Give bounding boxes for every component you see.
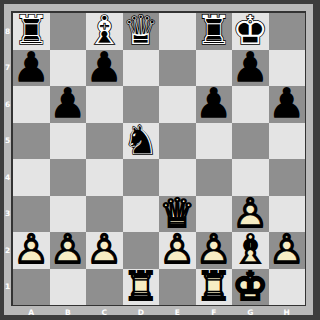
square-d2[interactable] [123,232,160,269]
white-rook: ♜ [196,267,233,304]
square-h1[interactable] [269,269,306,306]
file-label-a: A [13,308,50,317]
white-pawn-detail: ♙ [196,231,233,268]
square-e5[interactable] [159,123,196,160]
rank-label-4: 4 [4,159,11,196]
square-b8[interactable] [50,13,87,50]
white-rook-detail: ♖ [123,267,160,304]
square-f5[interactable] [196,123,233,160]
chess-board: ♜♖♝♗♛♕♜♖♚♔♟♟♟♟♟♟♞♘♛♕♟♙♟♙♟♙♟♙♟♙♟♙♝♗♟♙♜♖♜♖… [11,11,306,306]
white-pawn: ♟ [232,194,269,231]
square-h2[interactable]: ♟♙ [269,232,306,269]
square-e8[interactable] [159,13,196,50]
rank-label-3: 3 [4,196,11,233]
white-pawn-detail: ♙ [232,194,269,231]
black-pawn: ♟ [269,85,306,122]
square-d5[interactable]: ♞♘ [123,123,160,160]
black-knight: ♞ [123,121,160,158]
square-d4[interactable] [123,159,160,196]
square-f2[interactable]: ♟♙ [196,232,233,269]
square-f4[interactable] [196,159,233,196]
square-a5[interactable] [13,123,50,160]
black-king-detail: ♔ [232,12,269,49]
square-b6[interactable]: ♟ [50,86,87,123]
black-queen-detail: ♕ [123,12,160,49]
black-pawn: ♟ [13,48,50,85]
square-h7[interactable] [269,50,306,87]
black-pawn: ♟ [196,85,233,122]
black-rook-detail: ♖ [13,12,50,49]
white-rook: ♜ [123,267,160,304]
white-bishop: ♝ [232,231,269,268]
rank-label-5: 5 [4,123,11,160]
black-knight-detail: ♘ [123,121,160,158]
black-bishop: ♝ [86,12,123,49]
black-king: ♚ [232,12,269,49]
square-h8[interactable] [269,13,306,50]
white-bishop-detail: ♗ [232,231,269,268]
file-label-d: D [123,308,160,317]
square-g6[interactable] [232,86,269,123]
black-rook-detail: ♖ [196,12,233,49]
square-g2[interactable]: ♝♗ [232,232,269,269]
white-pawn-detail: ♙ [269,231,306,268]
white-queen-detail: ♕ [159,194,196,231]
rank-label-6: 6 [4,86,11,123]
square-c7[interactable]: ♟ [86,50,123,87]
square-e6[interactable] [159,86,196,123]
white-pawn: ♟ [159,231,196,268]
board-frame: 87654321 ABCDEFGH ♜♖♝♗♛♕♜♖♚♔♟♟♟♟♟♟♞♘♛♕♟♙… [0,0,320,320]
black-pawn: ♟ [50,85,87,122]
square-d6[interactable] [123,86,160,123]
square-a7[interactable]: ♟ [13,50,50,87]
file-label-e: E [159,308,196,317]
rank-label-8: 8 [4,13,11,50]
rank-labels: 87654321 [4,13,11,305]
file-label-h: H [269,308,306,317]
square-c8[interactable]: ♝♗ [86,13,123,50]
square-e2[interactable]: ♟♙ [159,232,196,269]
white-king-detail: ♔ [232,267,269,304]
square-e7[interactable] [159,50,196,87]
square-c4[interactable] [86,159,123,196]
file-label-b: B [50,308,87,317]
square-a1[interactable] [13,269,50,306]
file-labels: ABCDEFGH [13,308,305,316]
black-pawn: ♟ [232,48,269,85]
rank-label-1: 1 [4,269,11,306]
square-b7[interactable] [50,50,87,87]
square-b3[interactable] [50,196,87,233]
file-label-g: G [232,308,269,317]
square-f8[interactable]: ♜♖ [196,13,233,50]
square-f1[interactable]: ♜♖ [196,269,233,306]
rank-label-2: 2 [4,232,11,269]
square-a6[interactable] [13,86,50,123]
square-d1[interactable]: ♜♖ [123,269,160,306]
white-pawn: ♟ [13,231,50,268]
square-b1[interactable] [50,269,87,306]
white-rook-detail: ♖ [196,267,233,304]
white-king: ♚ [232,267,269,304]
square-g7[interactable]: ♟ [232,50,269,87]
square-e3[interactable]: ♛♕ [159,196,196,233]
square-g8[interactable]: ♚♔ [232,13,269,50]
square-b2[interactable]: ♟♙ [50,232,87,269]
square-g1[interactable]: ♚♔ [232,269,269,306]
square-d3[interactable] [123,196,160,233]
square-c2[interactable]: ♟♙ [86,232,123,269]
black-bishop-detail: ♗ [86,12,123,49]
square-h4[interactable] [269,159,306,196]
white-pawn-detail: ♙ [86,231,123,268]
square-b5[interactable] [50,123,87,160]
square-f7[interactable] [196,50,233,87]
square-d7[interactable] [123,50,160,87]
white-queen: ♛ [159,194,196,231]
square-g3[interactable]: ♟♙ [232,196,269,233]
square-c3[interactable] [86,196,123,233]
black-rook: ♜ [13,12,50,49]
square-a2[interactable]: ♟♙ [13,232,50,269]
square-a4[interactable] [13,159,50,196]
white-pawn-detail: ♙ [50,231,87,268]
square-g4[interactable] [232,159,269,196]
white-pawn: ♟ [50,231,87,268]
black-rook: ♜ [196,12,233,49]
chess-diagram: 87654321 ABCDEFGH ♜♖♝♗♛♕♜♖♚♔♟♟♟♟♟♟♞♘♛♕♟♙… [0,0,320,320]
square-e4[interactable] [159,159,196,196]
white-pawn: ♟ [269,231,306,268]
file-label-f: F [196,308,233,317]
square-f3[interactable] [196,196,233,233]
square-h3[interactable] [269,196,306,233]
rank-label-7: 7 [4,50,11,87]
file-label-c: C [86,308,123,317]
square-h6[interactable]: ♟ [269,86,306,123]
square-h5[interactable] [269,123,306,160]
square-d8[interactable]: ♛♕ [123,13,160,50]
white-pawn: ♟ [86,231,123,268]
white-pawn: ♟ [196,231,233,268]
square-c5[interactable] [86,123,123,160]
black-pawn: ♟ [86,48,123,85]
white-pawn-detail: ♙ [159,231,196,268]
square-a8[interactable]: ♜♖ [13,13,50,50]
square-g5[interactable] [232,123,269,160]
square-f6[interactable]: ♟ [196,86,233,123]
square-e1[interactable] [159,269,196,306]
square-a3[interactable] [13,196,50,233]
black-queen: ♛ [123,12,160,49]
white-pawn-detail: ♙ [13,231,50,268]
square-c1[interactable] [86,269,123,306]
square-c6[interactable] [86,86,123,123]
square-b4[interactable] [50,159,87,196]
